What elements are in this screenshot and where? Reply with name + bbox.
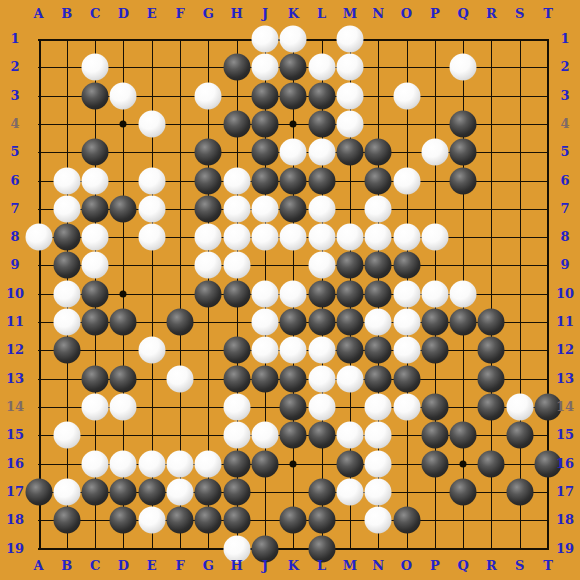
black-stone: [110, 195, 137, 222]
black-stone: [82, 478, 109, 505]
white-stone: [110, 394, 137, 421]
col-label-top: D: [118, 7, 129, 21]
col-label-top: S: [515, 7, 524, 21]
white-stone: [365, 195, 392, 222]
black-stone: [195, 478, 222, 505]
col-label-bottom: J: [262, 559, 268, 573]
white-stone: [223, 224, 250, 251]
black-stone: [308, 110, 335, 137]
row-label-right: 2: [560, 60, 569, 74]
white-stone: [393, 82, 420, 109]
black-stone: [336, 337, 363, 364]
col-label-bottom: S: [515, 559, 524, 573]
white-stone: [195, 450, 222, 477]
white-stone: [336, 54, 363, 81]
black-stone: [195, 280, 222, 307]
white-stone: [251, 280, 278, 307]
white-stone: [308, 365, 335, 392]
black-stone: [365, 167, 392, 194]
white-stone: [138, 337, 165, 364]
black-stone: [421, 309, 448, 336]
black-stone: [365, 365, 392, 392]
white-stone: [82, 450, 109, 477]
row-label-right: 6: [560, 174, 569, 188]
white-stone: [138, 167, 165, 194]
black-stone: [280, 167, 307, 194]
black-stone: [393, 507, 420, 534]
black-stone: [195, 195, 222, 222]
black-stone: [308, 167, 335, 194]
black-stone: [223, 54, 250, 81]
black-stone: [223, 337, 250, 364]
black-stone: [223, 280, 250, 307]
black-stone: [393, 252, 420, 279]
white-stone: [336, 478, 363, 505]
row-label-left: 3: [10, 89, 19, 103]
white-stone: [393, 224, 420, 251]
white-stone: [53, 309, 80, 336]
col-label-bottom: F: [175, 559, 184, 573]
black-stone: [251, 167, 278, 194]
row-label-left: 19: [6, 542, 24, 556]
black-stone: [450, 139, 477, 166]
white-stone: [25, 224, 52, 251]
black-stone: [336, 450, 363, 477]
black-stone: [421, 450, 448, 477]
black-stone: [308, 478, 335, 505]
row-label-right: 19: [556, 542, 574, 556]
row-label-right: 8: [560, 230, 569, 244]
white-stone: [280, 337, 307, 364]
white-stone: [110, 450, 137, 477]
black-stone: [365, 139, 392, 166]
col-label-top: B: [61, 7, 72, 21]
white-stone: [82, 54, 109, 81]
black-stone: [251, 110, 278, 137]
row-label-right: 4: [560, 117, 569, 131]
white-stone: [251, 337, 278, 364]
black-stone: [251, 82, 278, 109]
black-stone: [167, 309, 194, 336]
white-stone: [53, 195, 80, 222]
white-stone: [223, 195, 250, 222]
black-stone: [478, 394, 505, 421]
black-stone: [251, 450, 278, 477]
black-stone: [110, 365, 137, 392]
white-stone: [308, 54, 335, 81]
white-stone: [53, 422, 80, 449]
black-stone: [82, 195, 109, 222]
white-stone: [365, 224, 392, 251]
black-stone: [421, 394, 448, 421]
col-label-top: Q: [457, 7, 468, 21]
col-label-bottom: T: [543, 559, 553, 573]
hoshi-point: [120, 120, 127, 127]
black-stone: [421, 422, 448, 449]
black-stone: [450, 110, 477, 137]
white-stone: [167, 365, 194, 392]
col-label-top: F: [175, 7, 184, 21]
row-label-left: 13: [6, 372, 24, 386]
col-label-top: C: [90, 7, 100, 21]
grid-line-h: [38, 548, 549, 550]
row-label-right: 9: [560, 258, 569, 272]
row-label-left: 11: [6, 315, 24, 329]
col-label-bottom: H: [231, 559, 243, 573]
white-stone: [251, 309, 278, 336]
col-label-bottom: L: [317, 559, 326, 573]
white-stone: [365, 422, 392, 449]
white-stone: [421, 224, 448, 251]
black-stone: [308, 280, 335, 307]
black-stone: [336, 252, 363, 279]
white-stone: [336, 365, 363, 392]
col-label-bottom: B: [61, 559, 72, 573]
col-label-top: P: [430, 7, 440, 21]
black-stone: [450, 309, 477, 336]
white-stone: [251, 54, 278, 81]
black-stone: [195, 507, 222, 534]
black-stone: [223, 110, 250, 137]
black-stone: [82, 309, 109, 336]
white-stone: [308, 139, 335, 166]
row-label-right: 14: [556, 400, 574, 414]
white-stone: [308, 337, 335, 364]
black-stone: [251, 365, 278, 392]
hoshi-point: [120, 290, 127, 297]
white-stone: [421, 280, 448, 307]
white-stone: [251, 422, 278, 449]
col-label-top: R: [486, 7, 497, 21]
hoshi-point: [460, 460, 467, 467]
col-label-top: N: [372, 7, 384, 21]
black-stone: [223, 478, 250, 505]
white-stone: [365, 309, 392, 336]
col-label-bottom: R: [486, 559, 497, 573]
col-label-bottom: C: [90, 559, 100, 573]
black-stone: [53, 224, 80, 251]
white-stone: [280, 139, 307, 166]
white-stone: [336, 224, 363, 251]
white-stone: [82, 167, 109, 194]
col-label-bottom: A: [33, 559, 43, 573]
black-stone: [478, 365, 505, 392]
white-stone: [365, 478, 392, 505]
white-stone: [336, 82, 363, 109]
col-label-top: O: [401, 7, 412, 21]
col-label-top: A: [33, 7, 43, 21]
row-label-right: 17: [556, 485, 574, 499]
white-stone: [393, 394, 420, 421]
white-stone: [53, 280, 80, 307]
black-stone: [110, 478, 137, 505]
black-stone: [223, 450, 250, 477]
col-label-bottom: M: [343, 559, 357, 573]
white-stone: [251, 195, 278, 222]
black-stone: [223, 507, 250, 534]
white-stone: [251, 26, 278, 53]
row-label-left: 6: [10, 174, 19, 188]
col-label-bottom: O: [401, 559, 412, 573]
row-label-right: 15: [556, 428, 574, 442]
row-label-left: 14: [6, 400, 24, 414]
white-stone: [393, 309, 420, 336]
black-stone: [195, 139, 222, 166]
black-stone: [223, 365, 250, 392]
black-stone: [110, 309, 137, 336]
white-stone: [167, 450, 194, 477]
black-stone: [280, 394, 307, 421]
white-stone: [308, 394, 335, 421]
white-stone: [365, 394, 392, 421]
black-stone: [336, 139, 363, 166]
black-stone: [25, 478, 52, 505]
black-stone: [280, 365, 307, 392]
hoshi-point: [290, 120, 297, 127]
row-label-right: 3: [560, 89, 569, 103]
row-label-right: 11: [556, 315, 574, 329]
col-label-bottom: D: [118, 559, 129, 573]
white-stone: [280, 224, 307, 251]
white-stone: [138, 224, 165, 251]
black-stone: [82, 365, 109, 392]
col-label-top: J: [262, 7, 268, 21]
white-stone: [82, 252, 109, 279]
black-stone: [478, 337, 505, 364]
row-label-left: 18: [6, 513, 24, 527]
black-stone: [308, 82, 335, 109]
col-label-top: H: [231, 7, 243, 21]
black-stone: [450, 167, 477, 194]
white-stone: [308, 252, 335, 279]
row-label-right: 18: [556, 513, 574, 527]
black-stone: [53, 337, 80, 364]
hoshi-point: [290, 460, 297, 467]
white-stone: [167, 478, 194, 505]
black-stone: [478, 450, 505, 477]
col-label-top: T: [543, 7, 553, 21]
go-board[interactable]: AABBCCDDEEFFGGHHJJKKLLMMNNOOPPQQRRSSTT11…: [0, 0, 580, 580]
col-label-bottom: G: [203, 559, 214, 573]
row-label-left: 5: [10, 145, 19, 159]
col-label-top: M: [343, 7, 357, 21]
white-stone: [393, 167, 420, 194]
white-stone: [82, 394, 109, 421]
white-stone: [138, 110, 165, 137]
white-stone: [450, 54, 477, 81]
col-label-bottom: K: [288, 559, 299, 573]
col-label-top: G: [203, 7, 214, 21]
white-stone: [308, 224, 335, 251]
col-label-bottom: Q: [457, 559, 468, 573]
black-stone: [336, 309, 363, 336]
white-stone: [223, 422, 250, 449]
black-stone: [450, 478, 477, 505]
row-label-right: 1: [560, 32, 569, 46]
white-stone: [195, 82, 222, 109]
row-label-left: 12: [6, 343, 24, 357]
col-label-bottom: E: [147, 559, 157, 573]
white-stone: [365, 450, 392, 477]
row-label-left: 17: [6, 485, 24, 499]
black-stone: [421, 337, 448, 364]
black-stone: [365, 252, 392, 279]
white-stone: [336, 110, 363, 137]
black-stone: [280, 422, 307, 449]
white-stone: [110, 82, 137, 109]
white-stone: [421, 139, 448, 166]
row-label-left: 10: [6, 287, 24, 301]
white-stone: [506, 394, 533, 421]
white-stone: [450, 280, 477, 307]
black-stone: [138, 478, 165, 505]
black-stone: [280, 507, 307, 534]
white-stone: [138, 507, 165, 534]
white-stone: [138, 450, 165, 477]
row-label-right: 5: [560, 145, 569, 159]
black-stone: [167, 507, 194, 534]
row-label-right: 10: [556, 287, 574, 301]
white-stone: [280, 26, 307, 53]
white-stone: [223, 394, 250, 421]
white-stone: [223, 167, 250, 194]
black-stone: [308, 507, 335, 534]
black-stone: [110, 507, 137, 534]
col-label-bottom: N: [372, 559, 384, 573]
black-stone: [506, 478, 533, 505]
row-label-right: 12: [556, 343, 574, 357]
row-label-right: 7: [560, 202, 569, 216]
white-stone: [82, 224, 109, 251]
black-stone: [336, 280, 363, 307]
row-label-right: 13: [556, 372, 574, 386]
white-stone: [336, 422, 363, 449]
black-stone: [308, 309, 335, 336]
black-stone: [82, 280, 109, 307]
black-stone: [280, 54, 307, 81]
black-stone: [280, 195, 307, 222]
white-stone: [138, 195, 165, 222]
black-stone: [53, 507, 80, 534]
grid-line-v: [520, 39, 521, 550]
row-label-left: 1: [10, 32, 19, 46]
white-stone: [393, 337, 420, 364]
black-stone: [280, 309, 307, 336]
row-label-left: 8: [10, 230, 19, 244]
black-stone: [251, 139, 278, 166]
white-stone: [336, 26, 363, 53]
col-label-top: E: [147, 7, 157, 21]
white-stone: [393, 280, 420, 307]
white-stone: [365, 507, 392, 534]
white-stone: [53, 167, 80, 194]
row-label-left: 16: [6, 457, 24, 471]
white-stone: [53, 478, 80, 505]
col-label-top: K: [288, 7, 299, 21]
black-stone: [478, 309, 505, 336]
white-stone: [280, 280, 307, 307]
col-label-bottom: P: [430, 559, 440, 573]
black-stone: [82, 82, 109, 109]
row-label-left: 7: [10, 202, 19, 216]
black-stone: [308, 422, 335, 449]
white-stone: [251, 224, 278, 251]
black-stone: [195, 167, 222, 194]
black-stone: [82, 139, 109, 166]
row-label-left: 15: [6, 428, 24, 442]
col-label-top: L: [317, 7, 326, 21]
black-stone: [506, 422, 533, 449]
black-stone: [53, 252, 80, 279]
black-stone: [450, 422, 477, 449]
white-stone: [308, 195, 335, 222]
row-label-right: 16: [556, 457, 574, 471]
row-label-left: 2: [10, 60, 19, 74]
white-stone: [195, 224, 222, 251]
white-stone: [223, 252, 250, 279]
black-stone: [393, 365, 420, 392]
row-label-left: 9: [10, 258, 19, 272]
row-label-left: 4: [10, 117, 19, 131]
white-stone: [195, 252, 222, 279]
black-stone: [280, 82, 307, 109]
black-stone: [365, 280, 392, 307]
black-stone: [365, 337, 392, 364]
